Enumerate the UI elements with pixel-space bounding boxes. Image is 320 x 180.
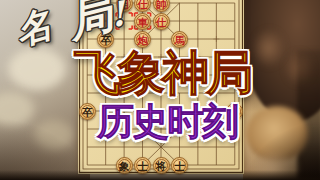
piece-char: 仕 [156,16,167,27]
piece-char: 帥 [156,0,167,9]
subtitle: 历史时刻 [88,103,246,142]
piece-char: 車 [137,16,148,27]
bottom-shadow [0,170,320,180]
main-title: 飞象神局 [72,48,252,97]
blurred-piece [8,48,66,90]
thumbnail-scene: 相仕帥車仕炮馬卒卒卒象士将士 名 局 ! 飞象神局 历史时刻 [0,0,320,180]
piece-red-馬[interactable]: 馬 [171,31,188,48]
piece-red-仕[interactable]: 仕 [153,13,170,30]
piece-char: 馬 [174,34,185,45]
piece-red-帥[interactable]: 帥 [153,0,170,12]
piece-red-車[interactable]: 車 [134,13,151,30]
piece-char: 仕 [137,0,148,9]
piece-red-炮[interactable]: 炮 [134,31,151,48]
knuckle-highlight [252,28,286,68]
piece-char: 炮 [137,34,148,45]
